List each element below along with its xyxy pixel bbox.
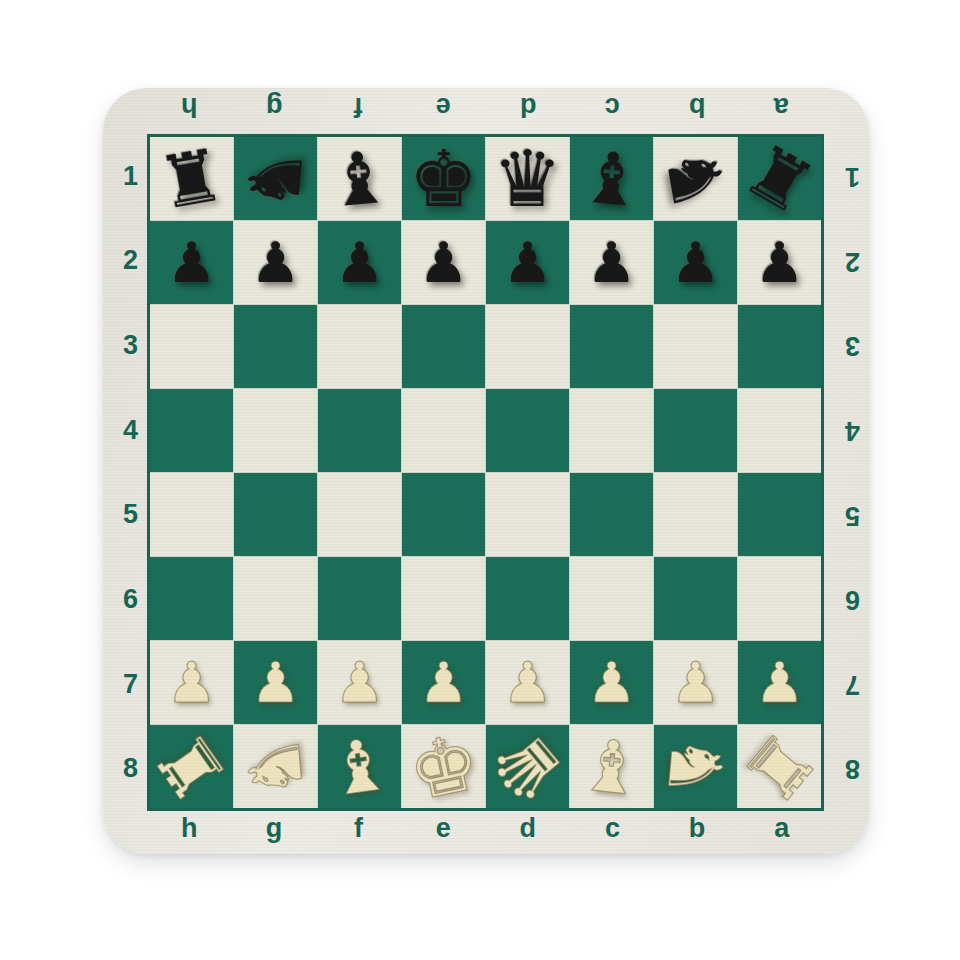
piece-black-knight-b1[interactable]: ♞ [654, 140, 736, 216]
square-d2[interactable]: ♟ [486, 221, 569, 304]
square-b3[interactable] [654, 305, 737, 388]
piece-white-pawn-b7[interactable]: ♟ [670, 655, 720, 711]
square-c2[interactable]: ♟ [570, 221, 653, 304]
piece-white-pawn-a7[interactable]: ♟ [754, 655, 804, 711]
square-c6[interactable] [570, 557, 653, 640]
piece-white-pawn-d7[interactable]: ♟ [502, 655, 552, 711]
square-h5[interactable] [150, 473, 233, 556]
square-h3[interactable] [150, 305, 233, 388]
rank-label-1: 1 [103, 134, 147, 219]
square-h4[interactable] [150, 389, 233, 472]
square-a6[interactable] [738, 557, 821, 640]
square-f8[interactable]: ♝ [318, 725, 401, 808]
piece-black-bishop-f1[interactable]: ♝ [324, 140, 395, 217]
square-d8[interactable]: ♛ [486, 725, 569, 808]
square-f6[interactable] [318, 557, 401, 640]
square-f3[interactable] [318, 305, 401, 388]
square-b2[interactable]: ♟ [654, 221, 737, 304]
piece-black-queen-d1[interactable]: ♛ [493, 140, 563, 218]
file-label-b: b [655, 88, 740, 134]
file-label-a: a [739, 88, 824, 134]
square-h2[interactable]: ♟ [150, 221, 233, 304]
square-b5[interactable] [654, 473, 737, 556]
square-d7[interactable]: ♟ [486, 641, 569, 724]
piece-black-king-e1[interactable]: ♚ [409, 140, 479, 218]
rank-label-1: 1 [824, 134, 869, 219]
square-e2[interactable]: ♟ [402, 221, 485, 304]
square-a2[interactable]: ♟ [738, 221, 821, 304]
square-f1[interactable]: ♝ [318, 137, 401, 220]
square-e1[interactable]: ♚ [402, 137, 485, 220]
piece-black-pawn-g2[interactable]: ♟ [250, 235, 300, 291]
piece-black-pawn-c2[interactable]: ♟ [586, 235, 636, 291]
square-c8[interactable]: ♝ [570, 725, 653, 808]
piece-white-rook-h8[interactable]: ♜ [143, 719, 239, 813]
square-g2[interactable]: ♟ [234, 221, 317, 304]
file-labels-top: hgfedcba [147, 88, 824, 134]
rank-labels-left: 12345678 [103, 134, 147, 811]
square-c4[interactable] [570, 389, 653, 472]
rank-label-2: 2 [824, 219, 869, 304]
rank-label-8: 8 [824, 726, 869, 811]
square-g7[interactable]: ♟ [234, 641, 317, 724]
square-g8[interactable]: ♞ [234, 725, 317, 808]
file-label-d: d [486, 88, 571, 134]
square-a3[interactable] [738, 305, 821, 388]
square-b7[interactable]: ♟ [654, 641, 737, 724]
square-h7[interactable]: ♟ [150, 641, 233, 724]
square-a1[interactable]: ♜ [738, 137, 821, 220]
rank-label-7: 7 [103, 642, 147, 727]
rank-label-3: 3 [824, 303, 869, 388]
square-e6[interactable] [402, 557, 485, 640]
file-label-d: d [486, 811, 571, 854]
file-label-g: g [232, 811, 317, 854]
square-h8[interactable]: ♜ [150, 725, 233, 808]
square-d4[interactable] [486, 389, 569, 472]
square-f7[interactable]: ♟ [318, 641, 401, 724]
piece-black-pawn-b2[interactable]: ♟ [670, 235, 720, 291]
square-g4[interactable] [234, 389, 317, 472]
piece-black-pawn-h2[interactable]: ♟ [166, 235, 216, 291]
piece-black-pawn-e2[interactable]: ♟ [418, 235, 468, 291]
file-label-g: g [232, 88, 317, 134]
file-label-h: h [147, 88, 232, 134]
chess-mat: hgfedcba 12345678 12345678 hgfedcba ♜♞♝♚… [103, 88, 869, 854]
square-a7[interactable]: ♟ [738, 641, 821, 724]
rank-label-8: 8 [103, 726, 147, 811]
square-h1[interactable]: ♜ [150, 137, 233, 220]
rank-label-3: 3 [103, 303, 147, 388]
square-h6[interactable] [150, 557, 233, 640]
square-e5[interactable] [402, 473, 485, 556]
square-f5[interactable] [318, 473, 401, 556]
square-a5[interactable] [738, 473, 821, 556]
file-label-f: f [316, 811, 401, 854]
rank-label-6: 6 [103, 557, 147, 642]
square-b8[interactable]: ♞ [654, 725, 737, 808]
rank-label-2: 2 [103, 219, 147, 304]
chess-board: ♜♞♝♚♛♝♞♜♟♟♟♟♟♟♟♟♟♟♟♟♟♟♟♟♜♞♝♚♛♝♞♜ [147, 134, 824, 811]
rank-label-4: 4 [103, 388, 147, 473]
piece-black-rook-h1[interactable]: ♜ [153, 137, 229, 219]
rank-label-5: 5 [103, 473, 147, 558]
piece-black-pawn-a2[interactable]: ♟ [754, 235, 804, 291]
square-f4[interactable] [318, 389, 401, 472]
piece-white-pawn-g7[interactable]: ♟ [250, 655, 300, 711]
file-label-e: e [401, 88, 486, 134]
square-b4[interactable] [654, 389, 737, 472]
square-a8[interactable]: ♜ [738, 725, 821, 808]
piece-black-pawn-f2[interactable]: ♟ [334, 235, 384, 291]
piece-white-knight-g8[interactable]: ♞ [237, 731, 314, 802]
piece-white-bishop-c8[interactable]: ♝ [576, 727, 648, 805]
file-label-b: b [655, 811, 740, 854]
square-c7[interactable]: ♟ [570, 641, 653, 724]
square-g6[interactable] [234, 557, 317, 640]
square-e4[interactable] [402, 389, 485, 472]
piece-black-bishop-c1[interactable]: ♝ [576, 140, 647, 217]
file-label-c: c [570, 88, 655, 134]
square-e7[interactable]: ♟ [402, 641, 485, 724]
piece-white-knight-b8[interactable]: ♞ [657, 731, 734, 802]
square-b6[interactable] [654, 557, 737, 640]
rank-label-5: 5 [824, 473, 869, 558]
square-c1[interactable]: ♝ [570, 137, 653, 220]
square-d6[interactable] [486, 557, 569, 640]
piece-white-pawn-c7[interactable]: ♟ [586, 655, 636, 711]
square-d5[interactable] [486, 473, 569, 556]
piece-black-rook-a1[interactable]: ♜ [734, 131, 826, 226]
square-d3[interactable] [486, 305, 569, 388]
file-label-f: f [316, 88, 401, 134]
file-labels-bottom: hgfedcba [147, 811, 824, 854]
piece-black-knight-g1[interactable]: ♞ [237, 143, 314, 214]
rank-label-4: 4 [824, 388, 869, 473]
square-g5[interactable] [234, 473, 317, 556]
piece-white-bishop-f8[interactable]: ♝ [323, 726, 397, 806]
square-b1[interactable]: ♞ [654, 137, 737, 220]
file-label-c: c [570, 811, 655, 854]
square-g3[interactable] [234, 305, 317, 388]
square-g1[interactable]: ♞ [234, 137, 317, 220]
square-c5[interactable] [570, 473, 653, 556]
piece-white-pawn-h7[interactable]: ♟ [166, 655, 216, 711]
rank-label-7: 7 [824, 642, 869, 727]
piece-white-queen-d8[interactable]: ♛ [475, 715, 580, 819]
square-d1[interactable]: ♛ [486, 137, 569, 220]
file-label-e: e [401, 811, 486, 854]
square-c3[interactable] [570, 305, 653, 388]
square-f2[interactable]: ♟ [318, 221, 401, 304]
square-a4[interactable] [738, 389, 821, 472]
piece-white-rook-a8[interactable]: ♜ [731, 719, 828, 815]
piece-white-pawn-e7[interactable]: ♟ [418, 655, 468, 711]
square-e3[interactable] [402, 305, 485, 388]
file-label-a: a [739, 811, 824, 854]
product-photo-page: hgfedcba 12345678 12345678 hgfedcba ♜♞♝♚… [0, 0, 960, 960]
file-label-h: h [147, 811, 232, 854]
rank-label-6: 6 [824, 557, 869, 642]
rank-labels-right: 12345678 [824, 134, 869, 811]
piece-white-pawn-f7[interactable]: ♟ [334, 655, 384, 711]
piece-black-pawn-d2[interactable]: ♟ [502, 235, 552, 291]
